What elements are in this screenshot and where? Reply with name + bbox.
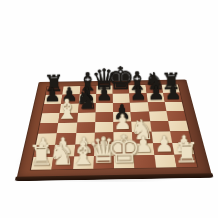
square-f7[interactable]: ♟: [129, 93, 147, 102]
square-h6[interactable]: [165, 101, 184, 111]
square-h5[interactable]: [166, 111, 186, 121]
piece-white-rook-h1[interactable]: ♜: [173, 138, 199, 167]
piece-white-bishop-b5[interactable]: ♝: [55, 96, 80, 123]
square-d7[interactable]: ♟: [96, 94, 113, 103]
square-e1[interactable]: ♚: [114, 155, 135, 168]
square-h7[interactable]: ♟: [163, 93, 182, 102]
scene: ♜♝♛♚♝♞♜♟♟♟♟♟♟♟♞♝♟♟♞♟♟♟♟♟♟♟♜♞♝♛♚♜: [1, 0, 218, 218]
square-g7[interactable]: ♟: [146, 93, 164, 102]
playing-area: ♜♝♛♚♝♞♜♟♟♟♟♟♟♟♞♝♟♟♞♟♟♟♟♟♟♟♜♞♝♛♚♜: [31, 84, 197, 169]
square-f6[interactable]: [130, 102, 148, 112]
chess-board: ♜♝♛♚♝♞♜♟♟♟♟♟♟♟♞♝♟♟♞♟♟♟♟♟♟♟♜♞♝♛♚♜: [17, 79, 212, 178]
square-g2[interactable]: ♟: [152, 143, 174, 155]
piece-black-pawn-f7[interactable]: ♟: [130, 83, 147, 102]
chessboard-photo: ♜♝♛♚♝♞♜♟♟♟♟♟♟♟♞♝♟♟♞♟♟♟♟♟♟♟♜♞♝♛♚♜: [0, 0, 218, 218]
square-c5[interactable]: [77, 112, 96, 122]
board-side-edge: [15, 173, 214, 181]
square-h1[interactable]: ♜: [174, 154, 197, 167]
square-c6[interactable]: ♞: [78, 103, 96, 113]
piece-white-pawn-g2[interactable]: ♟: [154, 133, 174, 155]
square-g6[interactable]: [147, 102, 166, 112]
square-b5[interactable]: ♝: [58, 113, 77, 123]
piece-black-pawn-g7[interactable]: ♟: [147, 83, 164, 102]
piece-black-pawn-d7[interactable]: ♟: [96, 84, 113, 103]
square-d5[interactable]: [95, 112, 113, 122]
piece-white-king-e1[interactable]: ♚: [106, 129, 141, 168]
piece-black-pawn-h7[interactable]: ♟: [164, 83, 181, 102]
